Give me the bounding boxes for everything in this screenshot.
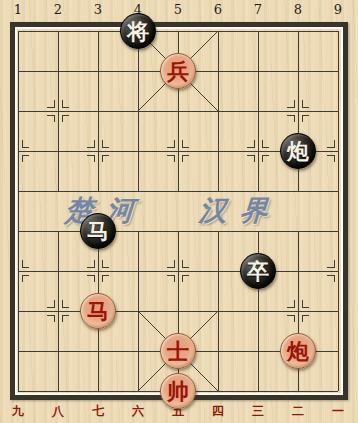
piece-red-horse[interactable]: 马 [80, 293, 116, 329]
piece-red-general[interactable]: 帅 [160, 373, 196, 409]
board-frame: 楚河 汉界 将兵炮马卒马士炮帅 [10, 22, 348, 400]
piece-black-cannon[interactable]: 炮 [280, 133, 316, 169]
piece-black-general[interactable]: 将 [120, 13, 156, 49]
piece-black-soldier[interactable]: 卒 [240, 253, 276, 289]
xiangqi-board: 楚河 汉界 将兵炮马卒马士炮帅 [15, 27, 343, 395]
piece-black-horse[interactable]: 马 [80, 213, 116, 249]
piece-red-pawn[interactable]: 兵 [160, 53, 196, 89]
piece-red-cannon[interactable]: 炮 [280, 333, 316, 369]
piece-red-advisor[interactable]: 士 [160, 333, 196, 369]
pieces-layer: 将兵炮马卒马士炮帅 [0, 11, 358, 411]
xiangqi-app: 123456789 楚河 汉界 将兵炮马卒马士炮帅 九八七六五四三二一 [0, 0, 358, 423]
